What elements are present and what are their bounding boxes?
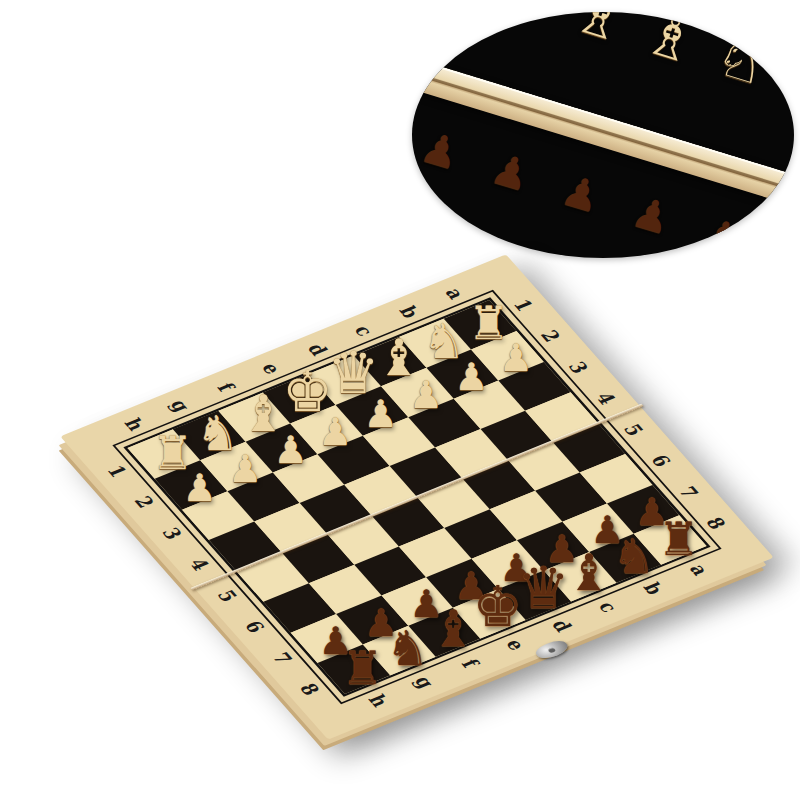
inset-dark-pawn: ♟ <box>557 169 605 220</box>
storage-inset-photo: ♙♕♗♗♘♘♖ ♟♟♟♟♟♟ <box>412 12 794 258</box>
inset-dark-pawn: ♟ <box>698 212 746 258</box>
inset-light-piece: ♘ <box>709 26 773 94</box>
inset-dark-pawn: ♟ <box>487 147 535 198</box>
inset-light-piece: ♕ <box>496 12 560 29</box>
inset-dark-pawn: ♟ <box>627 190 675 241</box>
chess-board: hgfedcba hgfedcba 12345678 12345678 ♜♞♝♚… <box>60 254 774 739</box>
product-photo: ♙♕♗♗♘♘♖ ♟♟♟♟♟♟ hgfedcba hgfedcba 1234567… <box>0 0 800 800</box>
piece-glyph: ♜ <box>658 515 699 561</box>
board-tilt-wrapper: hgfedcba hgfedcba 12345678 12345678 ♜♞♝♚… <box>60 254 774 739</box>
inset-light-piece: ♗ <box>567 12 631 51</box>
storage-inset-content: ♙♕♗♗♘♘♖ ♟♟♟♟♟♟ <box>412 12 794 258</box>
inset-light-piece: ♘ <box>780 48 794 116</box>
inset-dark-pawn: ♟ <box>416 126 464 177</box>
metal-hinge <box>412 48 433 72</box>
inset-light-piece: ♗ <box>638 12 702 73</box>
